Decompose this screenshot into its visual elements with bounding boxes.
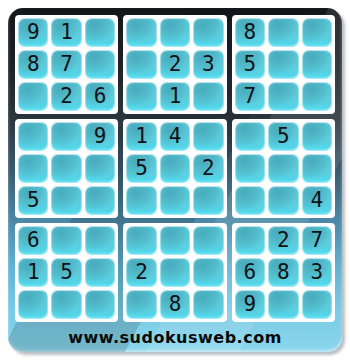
- cell-r9c5[interactable]: 8: [160, 290, 190, 319]
- cell-r8c8[interactable]: 8: [268, 258, 298, 287]
- cell-r9c1[interactable]: [18, 290, 48, 319]
- cell-r6c8[interactable]: [268, 186, 298, 215]
- cell-r9c3[interactable]: [85, 290, 115, 319]
- cell-r1c3[interactable]: [85, 18, 115, 47]
- cell-r3c1[interactable]: [18, 82, 48, 111]
- cell-r5c4[interactable]: 5: [126, 154, 156, 183]
- cell-r6c6[interactable]: [193, 186, 223, 215]
- cell-r9c2[interactable]: [51, 290, 81, 319]
- cell-r9c9[interactable]: [302, 290, 332, 319]
- cell-r3c6[interactable]: [193, 82, 223, 111]
- cell-r9c4[interactable]: [126, 290, 156, 319]
- cell-r2c4[interactable]: [126, 50, 156, 79]
- cell-r9c7[interactable]: 9: [235, 290, 265, 319]
- cell-r3c2[interactable]: 2: [51, 82, 81, 111]
- cell-r1c9[interactable]: [302, 18, 332, 47]
- sudoku-board: 9187262318579514525461528276839 www.sudo…: [8, 8, 342, 352]
- cell-r1c1[interactable]: 9: [18, 18, 48, 47]
- cell-r9c8[interactable]: [268, 290, 298, 319]
- cell-r3c5[interactable]: 1: [160, 82, 190, 111]
- cell-r5c6[interactable]: 2: [193, 154, 223, 183]
- cell-r6c5[interactable]: [160, 186, 190, 215]
- cell-r6c9[interactable]: 4: [302, 186, 332, 215]
- box-5: 1452: [123, 119, 226, 218]
- cell-r3c9[interactable]: [302, 82, 332, 111]
- cell-r1c8[interactable]: [268, 18, 298, 47]
- box-9: 276839: [232, 223, 335, 322]
- sudoku-grid: 9187262318579514525461528276839: [8, 8, 342, 322]
- cell-r8c3[interactable]: [85, 258, 115, 287]
- cell-r7c2[interactable]: [51, 226, 81, 255]
- cell-r8c1[interactable]: 1: [18, 258, 48, 287]
- cell-r3c3[interactable]: 6: [85, 82, 115, 111]
- cell-r6c7[interactable]: [235, 186, 265, 215]
- cell-r7c3[interactable]: [85, 226, 115, 255]
- cell-r8c7[interactable]: 6: [235, 258, 265, 287]
- cell-r2c9[interactable]: [302, 50, 332, 79]
- cell-r4c3[interactable]: 9: [85, 122, 115, 151]
- box-7: 615: [15, 223, 118, 322]
- cell-r3c4[interactable]: [126, 82, 156, 111]
- box-4: 95: [15, 119, 118, 218]
- cell-r5c1[interactable]: [18, 154, 48, 183]
- cell-r8c2[interactable]: 5: [51, 258, 81, 287]
- cell-r7c1[interactable]: 6: [18, 226, 48, 255]
- cell-r2c5[interactable]: 2: [160, 50, 190, 79]
- cell-r2c7[interactable]: 5: [235, 50, 265, 79]
- cell-r4c2[interactable]: [51, 122, 81, 151]
- cell-r2c1[interactable]: 8: [18, 50, 48, 79]
- box-2: 231: [123, 15, 226, 114]
- cell-r1c7[interactable]: 8: [235, 18, 265, 47]
- cell-r3c8[interactable]: [268, 82, 298, 111]
- cell-r8c4[interactable]: 2: [126, 258, 156, 287]
- cell-r7c6[interactable]: [193, 226, 223, 255]
- website-url: www.sudokusweb.com: [8, 322, 342, 352]
- cell-r4c8[interactable]: 5: [268, 122, 298, 151]
- cell-r7c7[interactable]: [235, 226, 265, 255]
- cell-r9c6[interactable]: [193, 290, 223, 319]
- cell-r5c7[interactable]: [235, 154, 265, 183]
- cell-r2c3[interactable]: [85, 50, 115, 79]
- cell-r2c2[interactable]: 7: [51, 50, 81, 79]
- cell-r4c9[interactable]: [302, 122, 332, 151]
- cell-r5c2[interactable]: [51, 154, 81, 183]
- cell-r1c5[interactable]: [160, 18, 190, 47]
- cell-r5c5[interactable]: [160, 154, 190, 183]
- cell-r8c5[interactable]: [160, 258, 190, 287]
- box-1: 918726: [15, 15, 118, 114]
- cell-r2c6[interactable]: 3: [193, 50, 223, 79]
- cell-r5c3[interactable]: [85, 154, 115, 183]
- cell-r7c4[interactable]: [126, 226, 156, 255]
- cell-r1c6[interactable]: [193, 18, 223, 47]
- cell-r7c5[interactable]: [160, 226, 190, 255]
- cell-r5c9[interactable]: [302, 154, 332, 183]
- box-6: 54: [232, 119, 335, 218]
- cell-r4c5[interactable]: 4: [160, 122, 190, 151]
- cell-r4c1[interactable]: [18, 122, 48, 151]
- cell-r8c9[interactable]: 3: [302, 258, 332, 287]
- cell-r3c7[interactable]: 7: [235, 82, 265, 111]
- cell-r7c8[interactable]: 2: [268, 226, 298, 255]
- cell-r2c8[interactable]: [268, 50, 298, 79]
- cell-r1c4[interactable]: [126, 18, 156, 47]
- cell-r4c7[interactable]: [235, 122, 265, 151]
- cell-r4c6[interactable]: [193, 122, 223, 151]
- cell-r6c1[interactable]: 5: [18, 186, 48, 215]
- cell-r1c2[interactable]: 1: [51, 18, 81, 47]
- cell-r5c8[interactable]: [268, 154, 298, 183]
- box-8: 28: [123, 223, 226, 322]
- cell-r6c4[interactable]: [126, 186, 156, 215]
- cell-r6c3[interactable]: [85, 186, 115, 215]
- cell-r6c2[interactable]: [51, 186, 81, 215]
- cell-r4c4[interactable]: 1: [126, 122, 156, 151]
- cell-r8c6[interactable]: [193, 258, 223, 287]
- box-3: 857: [232, 15, 335, 114]
- cell-r7c9[interactable]: 7: [302, 226, 332, 255]
